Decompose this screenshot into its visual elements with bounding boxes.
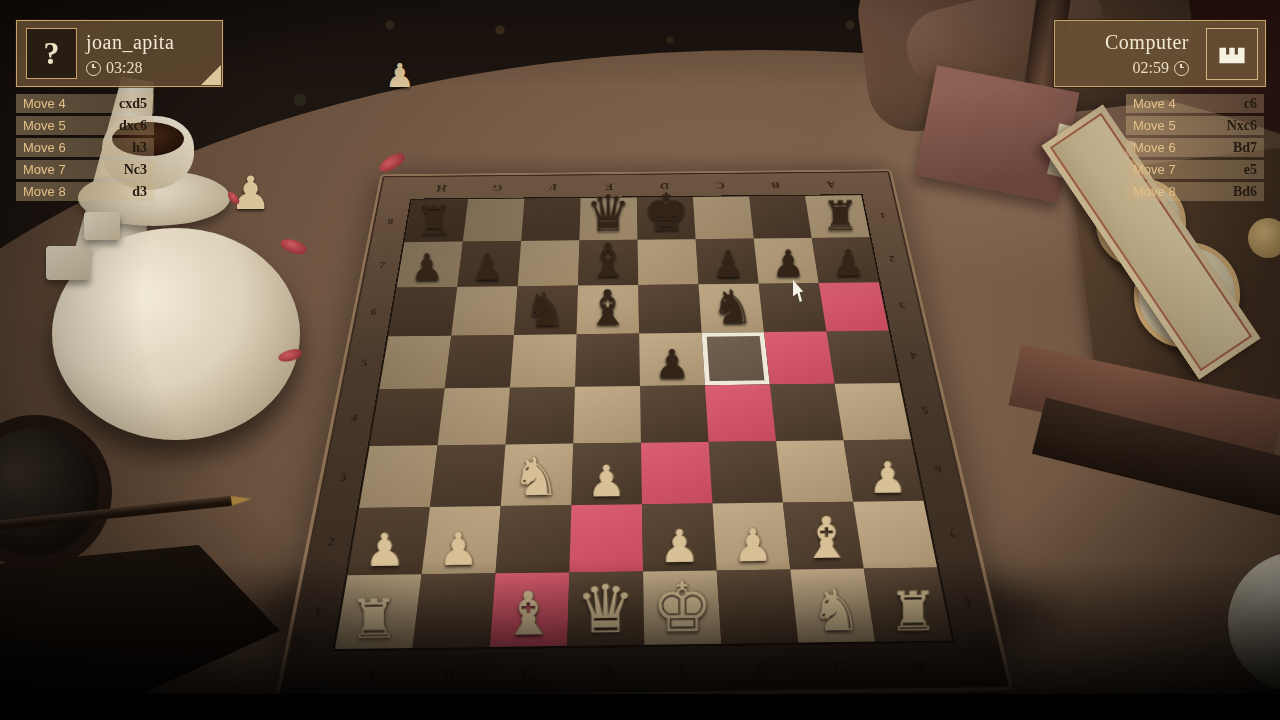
captured-white-pawn: ♟ — [385, 56, 415, 95]
square-h4[interactable] — [835, 383, 911, 440]
move-row: Move 4 c6 — [1126, 94, 1264, 113]
square-d6[interactable]: ♝ — [577, 285, 640, 334]
coordinate-label: 2 — [874, 237, 911, 282]
coordinate-label: 7 — [929, 500, 977, 567]
square-h7[interactable]: ♟ — [812, 237, 879, 283]
square-c1[interactable]: ♝ — [490, 572, 569, 647]
move-label: Move 5 — [1133, 118, 1176, 133]
square-a1[interactable]: ♜ — [335, 574, 422, 649]
captured-white-pawn: ♟ — [230, 166, 271, 220]
square-b3[interactable] — [430, 444, 506, 507]
coordinate-label: 1 — [865, 195, 900, 237]
coordinate-label: D — [637, 177, 693, 196]
sugar-cube — [46, 246, 90, 280]
coordinate-label: 2 — [308, 508, 354, 576]
square-h6[interactable] — [819, 282, 889, 331]
coordinate-label: 6 — [916, 439, 961, 501]
square-a8[interactable]: ♜ — [405, 199, 469, 242]
square-c4[interactable] — [505, 387, 574, 445]
coordinate-label: A — [802, 175, 861, 194]
square-a6[interactable] — [388, 287, 457, 336]
square-b2[interactable]: ♟ — [422, 506, 501, 574]
move-label: Move 6 — [1133, 140, 1176, 155]
square-d4[interactable] — [573, 386, 641, 444]
square-g1[interactable]: ♞ — [790, 568, 875, 642]
square-e3[interactable] — [641, 442, 713, 504]
move-label: Move 7 — [23, 162, 66, 177]
black-pawn-f7[interactable]: ♟ — [698, 245, 759, 283]
black-knight-c6[interactable]: ♞ — [513, 286, 576, 334]
coordinate-label: 6 — [355, 288, 393, 337]
coordinate-label: B — [407, 655, 489, 693]
white-rook-a1[interactable]: ♜ — [335, 591, 413, 647]
move-value: dxc6 — [119, 118, 147, 134]
coordinate-label: 1 — [293, 575, 342, 649]
square-a7[interactable]: ♟ — [397, 242, 463, 288]
square-h1[interactable]: ♜ — [864, 567, 952, 641]
coordinate-label: B — [747, 176, 805, 195]
move-value: h3 — [132, 140, 147, 156]
coordinate-label: F — [525, 178, 582, 197]
clock-icon — [1174, 61, 1189, 76]
square-e4[interactable] — [640, 385, 709, 443]
move-value: cxd5 — [119, 96, 147, 112]
square-h8[interactable]: ♜ — [805, 195, 870, 238]
coordinate-label: G — [799, 650, 882, 688]
black-bishop-d7[interactable]: ♝ — [578, 236, 639, 284]
move-list-black: Move 4 c6Move 5 Nxc6Move 6 Bd7Move 7 e5M… — [1126, 94, 1264, 204]
player-panel-black: Computer 02:59 — [1054, 20, 1266, 87]
square-c6[interactable]: ♞ — [514, 286, 578, 335]
black-pawn-a7[interactable]: ♟ — [397, 248, 458, 286]
square-c5[interactable] — [510, 334, 577, 387]
white-pawn-f2[interactable]: ♟ — [716, 522, 790, 568]
white-pawn-a2[interactable]: ♟ — [347, 527, 421, 573]
square-e5[interactable]: ♟ — [639, 333, 705, 386]
square-f1[interactable] — [717, 569, 799, 643]
white-pawn-h3[interactable]: ♟ — [852, 456, 923, 500]
white-king-e1[interactable]: ♚ — [643, 573, 721, 643]
panel-fold-corner — [201, 65, 221, 85]
square-b7[interactable]: ♟ — [457, 241, 521, 287]
move-label: Move 4 — [23, 96, 66, 111]
move-value: c6 — [1244, 96, 1257, 112]
square-a2[interactable]: ♟ — [348, 507, 430, 575]
board-grid[interactable]: ♜♛♚♜♟♟♝♟♟♟♞♝♞♟♞♟♟♟♟♟♟♝♜♝♛♚♞♜ — [335, 195, 952, 649]
coordinate-label: C — [486, 654, 566, 692]
black-pawn-g7[interactable]: ♟ — [758, 245, 818, 283]
white-bishop-c1[interactable]: ♝ — [489, 583, 567, 645]
square-g3[interactable] — [776, 440, 853, 502]
square-b6[interactable] — [451, 286, 517, 335]
square-f8[interactable] — [693, 196, 754, 239]
coordinate-label: 5 — [904, 383, 947, 440]
move-list-white: Move 4 cxd5Move 5 dxc6Move 6 h3Move 7 Nc… — [16, 94, 154, 204]
coordinate-label: 8 — [373, 200, 407, 243]
square-f5[interactable] — [702, 332, 770, 385]
move-label: Move 6 — [23, 140, 66, 155]
coordinate-label: 3 — [321, 446, 365, 508]
avatar-placeholder: ? — [26, 28, 77, 79]
coordinate-label: D — [566, 653, 645, 691]
brass-knob — [1248, 218, 1280, 258]
coordinate-label: E — [581, 177, 637, 196]
black-rook-h8[interactable]: ♜ — [811, 195, 869, 237]
square-a5[interactable] — [379, 336, 451, 389]
coordinate-label: 5 — [344, 336, 383, 389]
move-value: Nxc6 — [1227, 118, 1257, 134]
square-d8[interactable]: ♛ — [579, 198, 637, 241]
white-knight-g1[interactable]: ♞ — [797, 581, 874, 640]
coordinate-label: 4 — [333, 389, 374, 446]
coordinate-label: H — [412, 179, 471, 198]
move-row: Move 8 Bd6 — [1126, 182, 1264, 201]
black-knight-f6[interactable]: ♞ — [701, 284, 764, 332]
square-b1[interactable] — [412, 573, 495, 648]
square-d2[interactable] — [569, 504, 643, 572]
square-a3[interactable] — [359, 445, 438, 508]
player-clock-white: 03:28 — [86, 59, 142, 77]
square-f3[interactable] — [709, 441, 783, 503]
square-g8[interactable] — [749, 196, 812, 239]
clock-time-white: 03:28 — [106, 59, 142, 77]
square-h2[interactable] — [853, 501, 937, 569]
chess-game-scene: ♟ ♟ ABCDEFGH ABCDEFGH 87654321 87654321 … — [0, 0, 1280, 720]
square-f2[interactable]: ♟ — [712, 503, 790, 571]
square-b5[interactable] — [445, 335, 514, 388]
coordinate-label: G — [468, 178, 526, 197]
move-label: Move 7 — [1133, 162, 1176, 177]
file-labels-bottom: ABCDEFGH — [327, 649, 961, 694]
white-queen-d1[interactable]: ♛ — [566, 576, 644, 643]
move-value: e5 — [1244, 162, 1257, 178]
square-d5[interactable] — [575, 334, 640, 387]
coordinate-label: 3 — [883, 282, 922, 331]
square-e7[interactable] — [638, 239, 699, 285]
move-row: Move 5 dxc6 — [16, 116, 154, 135]
move-row: Move 6 Bd7 — [1126, 138, 1264, 157]
player-panel-white: ? joan_apita 03:28 — [16, 20, 223, 87]
coordinate-label: A — [327, 656, 411, 694]
black-pawn-b7[interactable]: ♟ — [457, 248, 518, 286]
board-frame: ABCDEFGH ABCDEFGH 87654321 87654321 ♜♛♚♜… — [275, 169, 1014, 701]
move-row: Move 5 Nxc6 — [1126, 116, 1264, 135]
clock-icon — [86, 61, 101, 76]
square-c7[interactable] — [518, 240, 580, 286]
coordinate-label: F — [722, 651, 803, 689]
player-name-black: Computer — [1105, 31, 1189, 54]
coordinate-label: C — [692, 176, 749, 195]
crown-icon — [1217, 43, 1247, 65]
white-knight-c3[interactable]: ♞ — [500, 450, 571, 504]
square-d1[interactable]: ♛ — [567, 571, 644, 645]
square-h5[interactable] — [826, 331, 899, 384]
move-value: Nc3 — [124, 162, 147, 178]
square-d7[interactable]: ♝ — [578, 240, 638, 286]
player-clock-black: 02:59 — [1133, 59, 1189, 77]
square-b4[interactable] — [438, 388, 510, 446]
white-pawn-e2[interactable]: ♟ — [643, 523, 717, 569]
coordinate-label: 8 — [943, 567, 994, 640]
black-pawn-h7[interactable]: ♟ — [818, 244, 878, 282]
square-h3[interactable]: ♟ — [844, 439, 924, 501]
coordinate-label: 4 — [894, 330, 935, 383]
square-b8[interactable] — [463, 199, 525, 242]
move-label: Move 8 — [23, 184, 66, 199]
move-row: Move 8 d3 — [16, 182, 154, 201]
sugar-cube — [84, 212, 120, 240]
white-bishop-g2[interactable]: ♝ — [789, 509, 863, 568]
move-value: d3 — [132, 184, 147, 200]
black-rook-a8[interactable]: ♜ — [404, 199, 463, 241]
player-name-white: joan_apita — [86, 31, 174, 54]
move-row: Move 7 Nc3 — [16, 160, 154, 179]
square-g2[interactable]: ♝ — [783, 502, 864, 570]
square-a4[interactable] — [370, 388, 445, 446]
white-pawn-b2[interactable]: ♟ — [421, 526, 495, 572]
move-label: Move 4 — [1133, 96, 1176, 111]
square-g6[interactable] — [759, 283, 827, 332]
black-bishop-d6[interactable]: ♝ — [576, 283, 639, 333]
move-label: Move 5 — [23, 118, 66, 133]
coordinate-label: 7 — [364, 242, 400, 288]
square-c8[interactable] — [521, 198, 580, 241]
square-e2[interactable]: ♟ — [642, 503, 717, 571]
square-d3[interactable]: ♟ — [571, 443, 642, 505]
move-row: Move 7 e5 — [1126, 160, 1264, 179]
file-labels-top: ABCDEFGH — [412, 175, 861, 198]
square-f6[interactable]: ♞ — [699, 284, 765, 333]
square-c2[interactable] — [496, 505, 572, 573]
square-f7[interactable]: ♟ — [696, 239, 759, 285]
chess-board[interactable]: ABCDEFGH ABCDEFGH 87654321 87654321 ♜♛♚♜… — [275, 169, 1014, 701]
square-e8[interactable]: ♚ — [637, 197, 696, 240]
move-value: Bd6 — [1233, 184, 1257, 200]
square-f4[interactable] — [705, 384, 776, 441]
move-row: Move 6 h3 — [16, 138, 154, 157]
move-value: Bd7 — [1233, 140, 1257, 156]
computer-badge — [1206, 28, 1258, 80]
square-g7[interactable]: ♟ — [754, 238, 819, 284]
square-g5[interactable] — [764, 331, 835, 384]
white-rook-h1[interactable]: ♜ — [874, 584, 951, 639]
square-c3[interactable]: ♞ — [501, 444, 574, 507]
black-pawn-e5[interactable]: ♟ — [640, 344, 705, 385]
coordinate-label: E — [644, 652, 724, 690]
move-row: Move 4 cxd5 — [16, 94, 154, 113]
square-g4[interactable] — [770, 384, 844, 441]
letterbox-bar — [0, 694, 1280, 720]
white-pawn-d3[interactable]: ♟ — [571, 459, 642, 503]
square-e1[interactable]: ♚ — [643, 570, 721, 644]
square-e6[interactable] — [638, 284, 701, 333]
clock-time-black: 02:59 — [1133, 59, 1169, 77]
coordinate-label: H — [877, 649, 962, 687]
move-label: Move 8 — [1133, 184, 1176, 199]
